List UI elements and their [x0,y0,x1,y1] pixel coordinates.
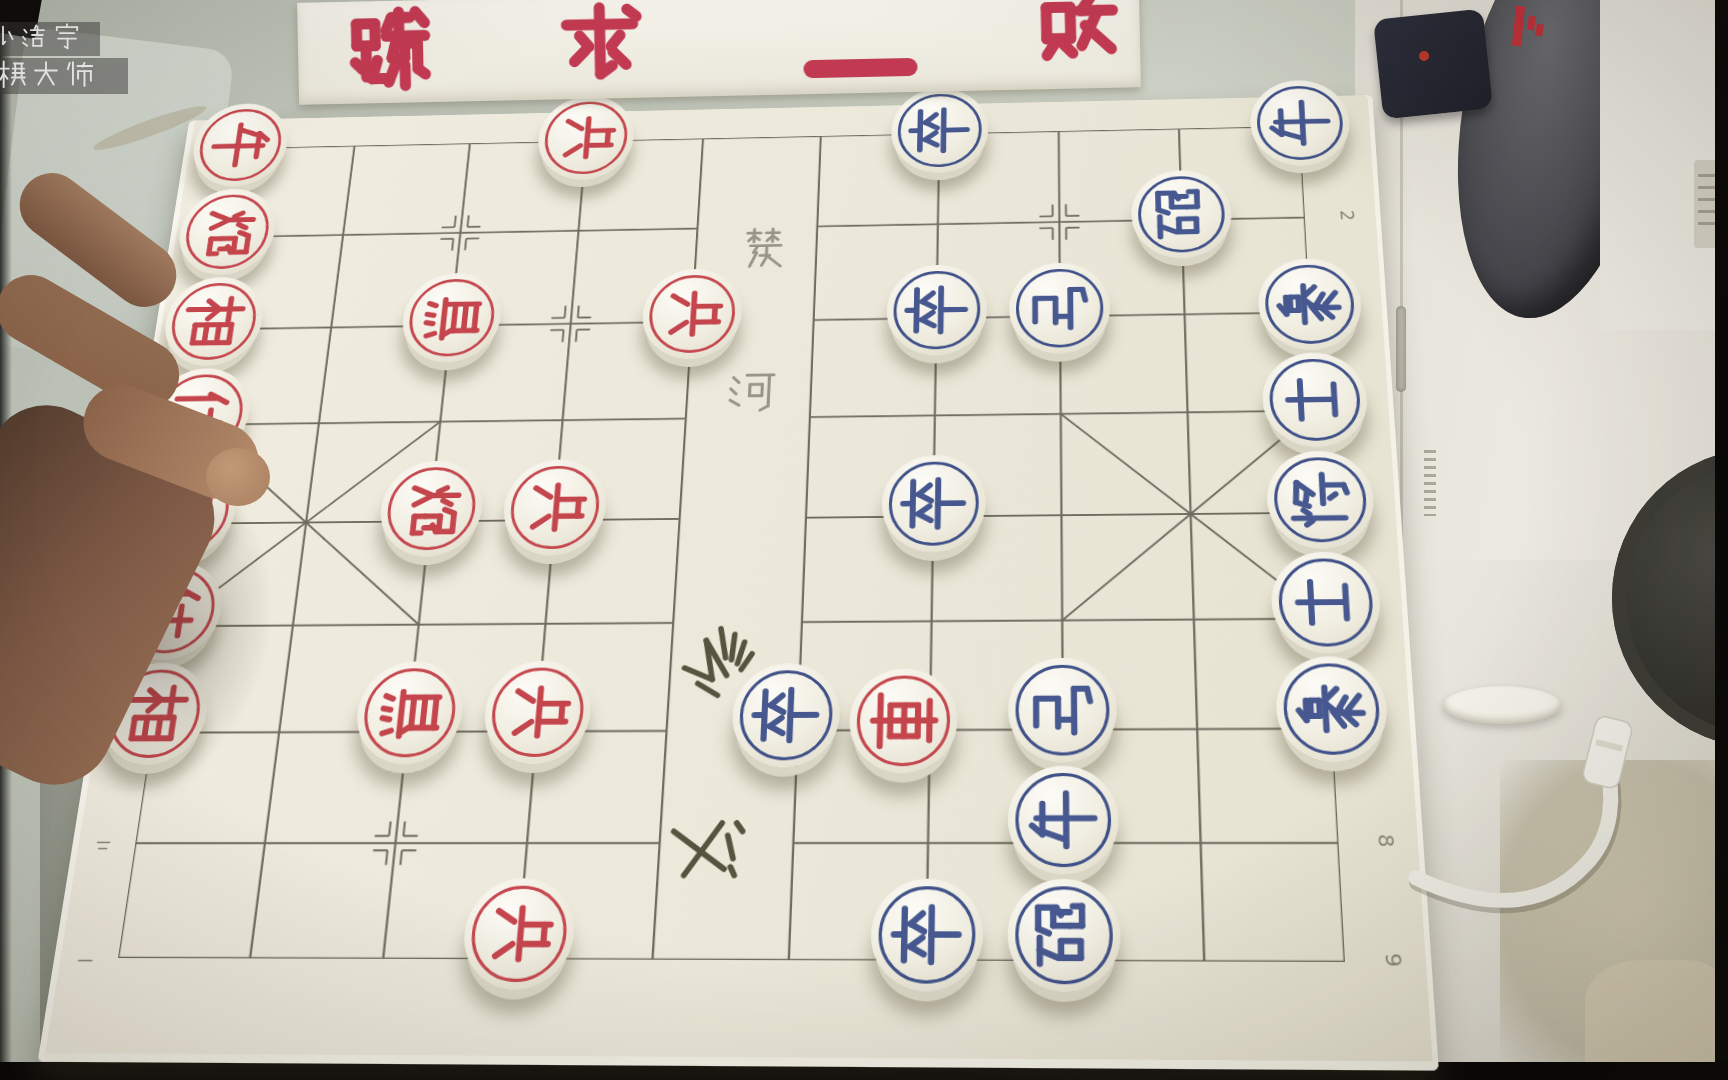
photo-stage: 289 [0,0,1728,1080]
watermark-char-浩 [20,23,50,56]
file-label-二 [86,836,114,857]
watermark-char-棋 [0,59,28,94]
machine-slot [1396,306,1406,392]
machine-logo [1512,4,1546,50]
x-doodle [655,800,754,894]
file-label-一 [68,950,97,971]
watermark-line1 [0,22,100,56]
watermark-char-宇 [52,23,82,56]
river-text-chu [737,224,794,277]
banner-char-败 [1033,0,1127,87]
piece-black-卒-r7f9 [869,878,983,991]
banner-char-求 [553,0,647,97]
machine-caution-text [1424,450,1436,516]
watermark-char-大 [30,59,62,94]
river-text-he [722,366,781,422]
marble-stain [1585,960,1728,1062]
banner [297,0,1141,105]
banner-char-一 [784,0,937,149]
hand-fingertip [206,448,270,506]
usb-cable [1390,690,1728,970]
watermark-char-师 [64,59,96,94]
watermark-char-小 [0,23,18,56]
device-led [1419,50,1430,61]
watermark-line2 [0,58,128,94]
file-label-2: 2 [1336,209,1360,220]
dark-device [1373,9,1493,120]
banner-char-跪 [343,4,437,102]
